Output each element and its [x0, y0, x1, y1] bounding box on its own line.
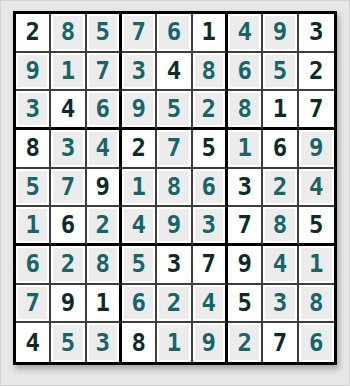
cell-r5c8[interactable]: 2: [263, 169, 298, 208]
cell-r1c1[interactable]: 2: [16, 14, 51, 53]
cell-r2c1[interactable]: 9: [16, 53, 51, 92]
cell-r8c1[interactable]: 7: [16, 285, 51, 324]
cell-r1c3[interactable]: 5: [87, 14, 122, 53]
cell-r4c4[interactable]: 2: [122, 130, 157, 169]
cell-r6c8[interactable]: 8: [263, 207, 298, 246]
cell-r6c9[interactable]: 5: [299, 207, 334, 246]
cell-r3c5[interactable]: 5: [157, 91, 192, 130]
cell-r9c5[interactable]: 1: [157, 323, 192, 362]
cell-r5c6[interactable]: 6: [193, 169, 228, 208]
cell-r8c9[interactable]: 8: [299, 285, 334, 324]
cell-r4c5[interactable]: 7: [157, 130, 192, 169]
cell-r3c1[interactable]: 3: [16, 91, 51, 130]
cell-r6c6[interactable]: 3: [193, 207, 228, 246]
cell-r2c3[interactable]: 7: [87, 53, 122, 92]
cell-r5c4[interactable]: 1: [122, 169, 157, 208]
cell-r1c8[interactable]: 9: [263, 14, 298, 53]
cell-r7c7[interactable]: 9: [228, 246, 263, 285]
cell-r6c4[interactable]: 4: [122, 207, 157, 246]
cell-r9c2[interactable]: 5: [51, 323, 86, 362]
cell-r2c5[interactable]: 4: [157, 53, 192, 92]
cell-r8c8[interactable]: 3: [263, 285, 298, 324]
cell-r2c7[interactable]: 6: [228, 53, 263, 92]
cell-r2c6[interactable]: 8: [193, 53, 228, 92]
cell-r4c1[interactable]: 8: [16, 130, 51, 169]
cell-r3c6[interactable]: 2: [193, 91, 228, 130]
cell-r7c2[interactable]: 2: [51, 246, 86, 285]
cell-r4c8[interactable]: 6: [263, 130, 298, 169]
cell-r8c4[interactable]: 6: [122, 285, 157, 324]
cell-r7c4[interactable]: 5: [122, 246, 157, 285]
cell-r4c3[interactable]: 4: [87, 130, 122, 169]
cell-r5c2[interactable]: 7: [51, 169, 86, 208]
cell-r9c1[interactable]: 4: [16, 323, 51, 362]
sudoku-board: 2857614939173486523469528178342751695791…: [13, 11, 337, 365]
cell-r8c7[interactable]: 5: [228, 285, 263, 324]
cell-r6c7[interactable]: 7: [228, 207, 263, 246]
cell-r3c9[interactable]: 7: [299, 91, 334, 130]
cell-r3c2[interactable]: 4: [51, 91, 86, 130]
cell-r1c4[interactable]: 7: [122, 14, 157, 53]
cell-r3c8[interactable]: 1: [263, 91, 298, 130]
cell-r2c9[interactable]: 2: [299, 53, 334, 92]
cell-r1c6[interactable]: 1: [193, 14, 228, 53]
cell-r4c7[interactable]: 1: [228, 130, 263, 169]
cell-r4c2[interactable]: 3: [51, 130, 86, 169]
cell-r5c5[interactable]: 8: [157, 169, 192, 208]
cell-r4c6[interactable]: 5: [193, 130, 228, 169]
cell-r8c3[interactable]: 1: [87, 285, 122, 324]
cell-r3c4[interactable]: 9: [122, 91, 157, 130]
cell-r5c7[interactable]: 3: [228, 169, 263, 208]
cell-r8c2[interactable]: 9: [51, 285, 86, 324]
cell-r6c5[interactable]: 9: [157, 207, 192, 246]
cell-r7c3[interactable]: 8: [87, 246, 122, 285]
cell-r7c9[interactable]: 1: [299, 246, 334, 285]
cell-r6c3[interactable]: 2: [87, 207, 122, 246]
cell-r2c8[interactable]: 5: [263, 53, 298, 92]
cell-r8c5[interactable]: 2: [157, 285, 192, 324]
cell-r7c6[interactable]: 7: [193, 246, 228, 285]
cell-r3c7[interactable]: 8: [228, 91, 263, 130]
cell-r4c9[interactable]: 9: [299, 130, 334, 169]
cell-r9c3[interactable]: 3: [87, 323, 122, 362]
cell-r1c7[interactable]: 4: [228, 14, 263, 53]
cell-r7c1[interactable]: 6: [16, 246, 51, 285]
cell-r7c8[interactable]: 4: [263, 246, 298, 285]
cell-r8c6[interactable]: 4: [193, 285, 228, 324]
cell-r7c5[interactable]: 3: [157, 246, 192, 285]
cell-r3c3[interactable]: 6: [87, 91, 122, 130]
cell-r9c8[interactable]: 7: [263, 323, 298, 362]
cell-r5c1[interactable]: 5: [16, 169, 51, 208]
cell-r1c9[interactable]: 3: [299, 14, 334, 53]
cell-r9c6[interactable]: 9: [193, 323, 228, 362]
cell-r1c5[interactable]: 6: [157, 14, 192, 53]
cell-r9c4[interactable]: 8: [122, 323, 157, 362]
cell-r9c7[interactable]: 2: [228, 323, 263, 362]
cell-r1c2[interactable]: 8: [51, 14, 86, 53]
cell-r2c4[interactable]: 3: [122, 53, 157, 92]
cell-r2c2[interactable]: 1: [51, 53, 86, 92]
cell-r6c1[interactable]: 1: [16, 207, 51, 246]
cell-r6c2[interactable]: 6: [51, 207, 86, 246]
cell-r9c9[interactable]: 6: [299, 323, 334, 362]
cell-r5c9[interactable]: 4: [299, 169, 334, 208]
cell-r5c3[interactable]: 9: [87, 169, 122, 208]
